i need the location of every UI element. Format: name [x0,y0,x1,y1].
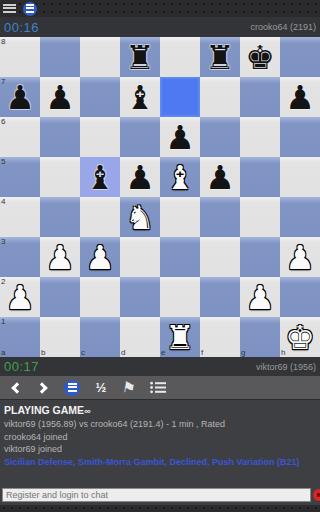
game-status-text: PLAYING GAME [4,404,84,416]
square-d5[interactable]: ♟ [120,157,160,197]
top-player-name: crooko64 (2191) [250,22,316,32]
square-a1[interactable]: 1a [0,317,40,357]
rank-label-1: 1 [1,317,5,326]
move-list-button[interactable] [150,378,167,398]
rank-label-2: 2 [1,277,5,286]
square-e3[interactable] [160,237,200,277]
chat-input-row [0,486,320,505]
square-b6[interactable] [40,117,80,157]
game-info-panel: PLAYING GAME∞ viktor69 (1956.89) vs croo… [0,400,320,486]
resign-button[interactable]: ⚑ [122,378,136,398]
app-screen: 00:16 crooko64 (2191) 8♜♜♚7♟♟♝♟6♟5♝♟♝♟4♞… [0,0,320,512]
file-label-f: f [201,348,203,357]
square-f2[interactable] [200,277,240,317]
square-f8[interactable]: ♜ [200,37,240,77]
square-c8[interactable] [80,37,120,77]
square-f5[interactable]: ♟ [200,157,240,197]
square-h7[interactable]: ♟ [280,77,320,117]
square-c7[interactable] [80,77,120,117]
bottom-pattern-strip [0,505,320,512]
top-player-bar: 00:16 crooko64 (2191) [0,17,320,37]
move-list-icon [150,381,167,394]
file-label-d: d [121,348,125,357]
square-g3[interactable] [240,237,280,277]
join-message-1: crooko64 joined [4,431,316,444]
forward-move-button[interactable] [36,378,50,398]
square-d4[interactable]: ♞ [120,197,160,237]
square-b2[interactable] [40,277,80,317]
rank-label-3: 3 [1,237,5,246]
piece-black-pawn: ♟ [280,77,320,117]
infinity-icon: ∞ [84,406,90,416]
square-g5[interactable] [240,157,280,197]
chevron-left-icon [11,382,22,393]
square-e2[interactable] [160,277,200,317]
piece-black-pawn: ♟ [0,77,40,117]
square-a3[interactable]: 3 [0,237,40,277]
square-h3[interactable]: ♟ [280,237,320,277]
square-e6[interactable]: ♟ [160,117,200,157]
square-h1[interactable]: h♚ [280,317,320,357]
square-f7[interactable] [200,77,240,117]
piece-black-pawn: ♟ [120,157,160,197]
offer-draw-button[interactable]: ½ [94,378,108,398]
square-a2[interactable]: 2♟ [0,277,40,317]
piece-black-rook: ♜ [200,37,240,77]
back-move-button[interactable] [8,378,22,398]
join-message-2: viktor69 joined [4,443,316,456]
rank-label-5: 5 [1,157,5,166]
piece-black-bishop: ♝ [80,157,120,197]
rank-label-7: 7 [1,77,5,86]
chevron-right-icon [36,382,47,393]
square-g8[interactable]: ♚ [240,37,280,77]
piece-black-pawn: ♟ [160,117,200,157]
square-d8[interactable]: ♜ [120,37,160,77]
square-f6[interactable] [200,117,240,157]
square-a5[interactable]: 5 [0,157,40,197]
square-e7[interactable] [160,77,200,117]
square-g7[interactable] [240,77,280,117]
square-b1[interactable]: b [40,317,80,357]
square-f1[interactable]: f [200,317,240,357]
rank-label-8: 8 [1,37,5,46]
opening-name[interactable]: Sicilian Defense, Smith-Morra Gambit, De… [4,456,316,469]
file-label-g: g [241,348,245,357]
square-c5[interactable]: ♝ [80,157,120,197]
square-a4[interactable]: 4 [0,197,40,237]
square-e4[interactable] [160,197,200,237]
square-d1[interactable]: d [120,317,160,357]
file-label-h: h [281,348,285,357]
square-e1[interactable]: e♜ [160,317,200,357]
game-status: PLAYING GAME∞ [4,403,316,418]
square-c6[interactable] [80,117,120,157]
square-h8[interactable] [280,37,320,77]
square-g6[interactable] [240,117,280,157]
piece-white-knight: ♞ [120,197,160,237]
bottom-player-name: viktor69 (1956) [256,362,316,372]
square-c3[interactable]: ♟ [80,237,120,277]
menu-bars-icon [26,4,34,13]
hamburger-menu-icon[interactable] [3,4,16,13]
piece-black-king: ♚ [240,37,280,77]
bottom-player-bar: 00:17 viktor69 (1956) [0,357,320,376]
square-d2[interactable] [120,277,160,317]
rank-label-4: 4 [1,197,5,206]
game-toolbar: ½ ⚑ [0,376,320,400]
square-e8[interactable] [160,37,200,77]
menu-circle-icon [64,380,80,396]
square-g1[interactable]: g [240,317,280,357]
top-player-clock: 00:16 [4,20,39,35]
square-f3[interactable] [200,237,240,277]
square-b4[interactable] [40,197,80,237]
square-h2[interactable] [280,277,320,317]
square-b8[interactable] [40,37,80,77]
square-g4[interactable] [240,197,280,237]
square-g2[interactable]: ♟ [240,277,280,317]
bottom-player-clock: 00:17 [4,359,39,374]
square-b5[interactable] [40,157,80,197]
square-a7[interactable]: 7♟ [0,77,40,117]
piece-black-rook: ♜ [120,37,160,77]
file-label-b: b [41,348,45,357]
chat-disabled-icon [313,489,320,501]
half-point-icon: ½ [96,380,107,395]
square-h4[interactable] [280,197,320,237]
rank-label-6: 6 [1,117,5,126]
piece-white-pawn: ♟ [0,277,40,317]
piece-white-pawn: ♟ [240,277,280,317]
square-c4[interactable] [80,197,120,237]
square-f4[interactable] [200,197,240,237]
square-a8[interactable]: 8 [0,37,40,77]
piece-white-pawn: ♟ [280,237,320,277]
piece-white-bishop: ♝ [160,157,200,197]
square-c1[interactable]: c [80,317,120,357]
piece-black-pawn: ♟ [200,157,240,197]
file-label-e: e [161,348,165,357]
square-d7[interactable]: ♝ [120,77,160,117]
square-d6[interactable] [120,117,160,157]
chat-message-area [4,469,316,487]
square-c2[interactable] [80,277,120,317]
piece-white-rook: ♜ [160,317,200,357]
status-bar [0,0,320,17]
game-menu-button[interactable] [64,378,80,398]
square-b3[interactable]: ♟ [40,237,80,277]
chess-board: 8♜♜♚7♟♟♝♟6♟5♝♟♝♟4♞3♟♟♟2♟♟1abcde♜fgh♚ [0,37,320,357]
piece-black-bishop: ♝ [120,77,160,117]
menu-bars-icon [68,383,77,393]
piece-white-pawn: ♟ [40,237,80,277]
square-d3[interactable] [120,237,160,277]
piece-white-king: ♚ [280,317,320,357]
match-summary: viktor69 (1956.89) vs crooko64 (2191.4) … [4,418,316,431]
file-label-a: a [1,348,5,357]
square-e5[interactable]: ♝ [160,157,200,197]
file-label-c: c [81,348,85,357]
app-menu-icon[interactable] [23,2,37,16]
square-a6[interactable]: 6 [0,117,40,157]
piece-black-pawn: ♟ [40,77,80,117]
piece-white-pawn: ♟ [80,237,120,277]
chat-input[interactable] [2,488,311,502]
square-h6[interactable] [280,117,320,157]
square-h5[interactable] [280,157,320,197]
square-b7[interactable]: ♟ [40,77,80,117]
resign-flag-icon: ⚑ [121,377,137,397]
